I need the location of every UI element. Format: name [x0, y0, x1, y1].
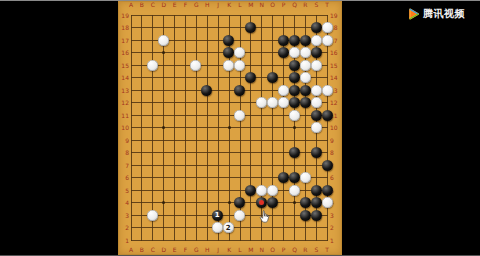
intersection-R9 — [300, 134, 311, 147]
video-frame[interactable]: AABBCCDDEEFFGGHHJJKKLLMMNNOOPPQQRRSSTT19… — [0, 0, 480, 256]
intersection-S8 — [311, 146, 322, 159]
intersection-O10 — [267, 121, 278, 134]
intersection-F15 — [179, 59, 190, 72]
intersection-T3 — [322, 209, 333, 222]
intersection-S18 — [311, 21, 322, 34]
intersection-E16 — [169, 46, 180, 59]
intersection-H12 — [201, 96, 212, 109]
white-stone-L3 — [234, 210, 245, 221]
intersection-J12 — [212, 96, 223, 109]
intersection-K10 — [223, 121, 234, 134]
coord-col-top-K: K — [224, 1, 234, 8]
intersection-B3 — [136, 209, 147, 222]
intersection-N17 — [256, 34, 267, 47]
intersection-P1 — [278, 234, 289, 247]
coord-col-bottom-M: M — [246, 246, 256, 253]
intersection-S13 — [311, 84, 322, 97]
intersection-R12 — [300, 96, 311, 109]
intersection-F14 — [179, 71, 190, 84]
intersection-S15 — [311, 59, 322, 72]
intersection-B4 — [136, 196, 147, 209]
intersection-A1 — [126, 234, 137, 247]
intersection-C10 — [147, 121, 158, 134]
intersection-S7 — [311, 159, 322, 172]
intersection-N5 — [256, 184, 267, 197]
intersection-K11 — [223, 109, 234, 122]
intersection-S6 — [311, 171, 322, 184]
black-stone-Q14 — [289, 72, 300, 83]
intersection-M13 — [245, 84, 256, 97]
intersection-A9 — [126, 134, 137, 147]
intersection-A5 — [126, 184, 137, 197]
intersection-F3 — [179, 209, 190, 222]
intersection-R11 — [300, 109, 311, 122]
intersection-Q19 — [289, 9, 300, 22]
intersection-L12 — [234, 96, 245, 109]
intersection-K3 — [223, 209, 234, 222]
intersection-Q18 — [289, 21, 300, 34]
intersection-M1 — [245, 234, 256, 247]
black-stone-R12 — [300, 97, 311, 108]
intersection-P12 — [278, 96, 289, 109]
intersection-C4 — [147, 196, 158, 209]
intersection-Q7 — [289, 159, 300, 172]
white-stone-K2: 2 — [223, 222, 234, 233]
intersection-R2 — [300, 221, 311, 234]
coord-col-bottom-T: T — [322, 246, 332, 253]
intersection-K17 — [223, 34, 234, 47]
intersection-O11 — [267, 109, 278, 122]
black-stone-K17 — [223, 35, 234, 46]
intersection-H19 — [201, 9, 212, 22]
intersection-B6 — [136, 171, 147, 184]
intersection-P10 — [278, 121, 289, 134]
intersection-Q9 — [289, 134, 300, 147]
intersection-G6 — [190, 171, 201, 184]
intersection-R6 — [300, 171, 311, 184]
white-stone-Q5 — [289, 185, 300, 196]
intersection-M14 — [245, 71, 256, 84]
coord-col-top-J: J — [213, 1, 223, 8]
intersection-P19 — [278, 9, 289, 22]
intersection-M15 — [245, 59, 256, 72]
coord-col-top-B: B — [137, 1, 147, 8]
black-stone-H13 — [201, 85, 212, 96]
intersection-Q15 — [289, 59, 300, 72]
intersection-S16 — [311, 46, 322, 59]
intersection-K9 — [223, 134, 234, 147]
white-stone-T13 — [322, 85, 333, 96]
intersection-T1 — [322, 234, 333, 247]
intersection-P8 — [278, 146, 289, 159]
white-stone-K15 — [223, 60, 234, 71]
black-stone-O4 — [267, 197, 278, 208]
black-stone-S11 — [311, 110, 322, 121]
white-stone-P13 — [278, 85, 289, 96]
intersection-O5 — [267, 184, 278, 197]
intersection-P5 — [278, 184, 289, 197]
coord-col-top-P: P — [279, 1, 289, 8]
intersection-F8 — [179, 146, 190, 159]
intersection-K14 — [223, 71, 234, 84]
intersection-K15 — [223, 59, 234, 72]
coord-col-top-R: R — [300, 1, 310, 8]
intersection-E4 — [169, 196, 180, 209]
intersection-R1 — [300, 234, 311, 247]
intersection-N12 — [256, 96, 267, 109]
intersection-D2 — [158, 221, 169, 234]
black-stone-Q8 — [289, 147, 300, 158]
intersection-Q12 — [289, 96, 300, 109]
intersection-K13 — [223, 84, 234, 97]
intersection-C3 — [147, 209, 158, 222]
coord-col-top-O: O — [268, 1, 278, 8]
intersection-T19 — [322, 9, 333, 22]
intersection-L16 — [234, 46, 245, 59]
coord-col-top-C: C — [148, 1, 158, 8]
intersection-R13 — [300, 84, 311, 97]
intersection-G11 — [190, 109, 201, 122]
intersection-R19 — [300, 9, 311, 22]
intersection-P11 — [278, 109, 289, 122]
black-stone-Q6 — [289, 172, 300, 183]
intersection-K16 — [223, 46, 234, 59]
intersection-R3 — [300, 209, 311, 222]
intersection-M4 — [245, 196, 256, 209]
intersection-G15 — [190, 59, 201, 72]
intersection-R5 — [300, 184, 311, 197]
intersection-Q17 — [289, 34, 300, 47]
white-stone-R16 — [300, 47, 311, 58]
intersection-T16 — [322, 46, 333, 59]
intersection-H4 — [201, 196, 212, 209]
intersection-T5 — [322, 184, 333, 197]
intersection-O17 — [267, 34, 278, 47]
coord-col-bottom-R: R — [300, 246, 310, 253]
intersection-C2 — [147, 221, 158, 234]
intersection-K18 — [223, 21, 234, 34]
intersection-A3 — [126, 209, 137, 222]
coord-col-top-F: F — [181, 1, 191, 8]
intersection-B12 — [136, 96, 147, 109]
intersection-T10 — [322, 121, 333, 134]
intersection-M9 — [245, 134, 256, 147]
intersection-F6 — [179, 171, 190, 184]
white-stone-T18 — [322, 22, 333, 33]
black-stone-S8 — [311, 147, 322, 158]
intersection-M18 — [245, 21, 256, 34]
intersection-T18 — [322, 21, 333, 34]
coord-col-bottom-Q: Q — [290, 246, 300, 253]
intersection-J11 — [212, 109, 223, 122]
white-stone-O5 — [267, 185, 278, 196]
intersection-J9 — [212, 134, 223, 147]
intersection-Q4 — [289, 196, 300, 209]
black-stone-M18 — [245, 22, 256, 33]
intersection-P7 — [278, 159, 289, 172]
coord-col-top-Q: Q — [290, 1, 300, 8]
intersection-E17 — [169, 34, 180, 47]
intersection-F18 — [179, 21, 190, 34]
intersection-Q6 — [289, 171, 300, 184]
intersection-H14 — [201, 71, 212, 84]
intersection-J19 — [212, 9, 223, 22]
intersection-G13 — [190, 84, 201, 97]
black-stone-S5 — [311, 185, 322, 196]
intersection-P14 — [278, 71, 289, 84]
intersection-O12 — [267, 96, 278, 109]
intersection-J5 — [212, 184, 223, 197]
intersection-E13 — [169, 84, 180, 97]
intersection-N9 — [256, 134, 267, 147]
intersection-G18 — [190, 21, 201, 34]
black-stone-N4 — [256, 197, 267, 208]
intersection-R4 — [300, 196, 311, 209]
intersection-B9 — [136, 134, 147, 147]
intersection-H3 — [201, 209, 212, 222]
intersection-N16 — [256, 46, 267, 59]
intersection-S12 — [311, 96, 322, 109]
intersection-C11 — [147, 109, 158, 122]
black-stone-Q13 — [289, 85, 300, 96]
board-intersections: 12 — [126, 9, 333, 247]
watermark-text: 腾讯视频 — [423, 7, 465, 21]
intersection-S11 — [311, 109, 322, 122]
intersection-J6 — [212, 171, 223, 184]
intersection-Q14 — [289, 71, 300, 84]
intersection-R10 — [300, 121, 311, 134]
intersection-N7 — [256, 159, 267, 172]
intersection-E6 — [169, 171, 180, 184]
intersection-P3 — [278, 209, 289, 222]
intersection-M10 — [245, 121, 256, 134]
intersection-E1 — [169, 234, 180, 247]
intersection-Q10 — [289, 121, 300, 134]
intersection-T4 — [322, 196, 333, 209]
intersection-D12 — [158, 96, 169, 109]
intersection-E12 — [169, 96, 180, 109]
intersection-A8 — [126, 146, 137, 159]
intersection-P16 — [278, 46, 289, 59]
intersection-Q11 — [289, 109, 300, 122]
intersection-L14 — [234, 71, 245, 84]
intersection-J4 — [212, 196, 223, 209]
intersection-B17 — [136, 34, 147, 47]
intersection-F17 — [179, 34, 190, 47]
move-number-label: 2 — [223, 222, 234, 233]
coord-col-bottom-G: G — [191, 246, 201, 253]
intersection-G7 — [190, 159, 201, 172]
intersection-G14 — [190, 71, 201, 84]
intersection-O7 — [267, 159, 278, 172]
intersection-L17 — [234, 34, 245, 47]
white-stone-C15 — [147, 60, 158, 71]
intersection-C9 — [147, 134, 158, 147]
intersection-J14 — [212, 71, 223, 84]
intersection-S14 — [311, 71, 322, 84]
intersection-A10 — [126, 121, 137, 134]
intersection-J18 — [212, 21, 223, 34]
intersection-B10 — [136, 121, 147, 134]
intersection-C16 — [147, 46, 158, 59]
intersection-A18 — [126, 21, 137, 34]
intersection-J3: 1 — [212, 209, 223, 222]
white-stone-T17 — [322, 35, 333, 46]
intersection-P17 — [278, 34, 289, 47]
intersection-N13 — [256, 84, 267, 97]
white-stone-G15 — [190, 60, 201, 71]
intersection-T14 — [322, 71, 333, 84]
coord-col-bottom-L: L — [235, 246, 245, 253]
intersection-G3 — [190, 209, 201, 222]
intersection-M16 — [245, 46, 256, 59]
intersection-S5 — [311, 184, 322, 197]
intersection-M6 — [245, 171, 256, 184]
intersection-S19 — [311, 9, 322, 22]
intersection-Q13 — [289, 84, 300, 97]
intersection-K2: 2 — [223, 221, 234, 234]
intersection-T7 — [322, 159, 333, 172]
intersection-F1 — [179, 234, 190, 247]
intersection-G4 — [190, 196, 201, 209]
black-stone-O14 — [267, 72, 278, 83]
intersection-E14 — [169, 71, 180, 84]
intersection-M17 — [245, 34, 256, 47]
intersection-R15 — [300, 59, 311, 72]
intersection-M19 — [245, 9, 256, 22]
black-stone-Q15 — [289, 60, 300, 71]
intersection-C6 — [147, 171, 158, 184]
black-stone-S4 — [311, 197, 322, 208]
intersection-E9 — [169, 134, 180, 147]
intersection-F4 — [179, 196, 190, 209]
intersection-E15 — [169, 59, 180, 72]
intersection-J10 — [212, 121, 223, 134]
intersection-N19 — [256, 9, 267, 22]
intersection-J16 — [212, 46, 223, 59]
intersection-A16 — [126, 46, 137, 59]
intersection-E3 — [169, 209, 180, 222]
intersection-C17 — [147, 34, 158, 47]
white-stone-C3 — [147, 210, 158, 221]
intersection-B19 — [136, 9, 147, 22]
intersection-F13 — [179, 84, 190, 97]
intersection-D6 — [158, 171, 169, 184]
black-stone-Q17 — [289, 35, 300, 46]
intersection-E19 — [169, 9, 180, 22]
intersection-A17 — [126, 34, 137, 47]
intersection-B7 — [136, 159, 147, 172]
intersection-N6 — [256, 171, 267, 184]
intersection-P6 — [278, 171, 289, 184]
intersection-F12 — [179, 96, 190, 109]
intersection-T13 — [322, 84, 333, 97]
intersection-A11 — [126, 109, 137, 122]
intersection-H7 — [201, 159, 212, 172]
intersection-A12 — [126, 96, 137, 109]
intersection-S2 — [311, 221, 322, 234]
intersection-C8 — [147, 146, 158, 159]
coord-col-top-E: E — [170, 1, 180, 8]
intersection-D9 — [158, 134, 169, 147]
intersection-K7 — [223, 159, 234, 172]
intersection-C12 — [147, 96, 158, 109]
intersection-F16 — [179, 46, 190, 59]
hand-cursor — [259, 210, 272, 226]
intersection-L5 — [234, 184, 245, 197]
white-stone-S13 — [311, 85, 322, 96]
intersection-O13 — [267, 84, 278, 97]
intersection-J8 — [212, 146, 223, 159]
intersection-A7 — [126, 159, 137, 172]
intersection-O18 — [267, 21, 278, 34]
white-stone-O12 — [267, 97, 278, 108]
intersection-R8 — [300, 146, 311, 159]
white-stone-Q16 — [289, 47, 300, 58]
black-stone-T5 — [322, 185, 333, 196]
intersection-G8 — [190, 146, 201, 159]
black-stone-L4 — [234, 197, 245, 208]
intersection-D17 — [158, 34, 169, 47]
intersection-K8 — [223, 146, 234, 159]
intersection-L8 — [234, 146, 245, 159]
intersection-T11 — [322, 109, 333, 122]
intersection-C7 — [147, 159, 158, 172]
intersection-J1 — [212, 234, 223, 247]
white-stone-R15 — [300, 60, 311, 71]
last-move-marker — [259, 200, 264, 205]
intersection-L6 — [234, 171, 245, 184]
coord-col-bottom-K: K — [224, 246, 234, 253]
intersection-T9 — [322, 134, 333, 147]
intersection-M8 — [245, 146, 256, 159]
intersection-T8 — [322, 146, 333, 159]
black-stone-R13 — [300, 85, 311, 96]
intersection-Q5 — [289, 184, 300, 197]
intersection-E18 — [169, 21, 180, 34]
black-stone-P17 — [278, 35, 289, 46]
intersection-O19 — [267, 9, 278, 22]
black-stone-S16 — [311, 47, 322, 58]
intersection-L1 — [234, 234, 245, 247]
intersection-A14 — [126, 71, 137, 84]
intersection-O4 — [267, 196, 278, 209]
black-stone-S18 — [311, 22, 322, 33]
coord-col-bottom-O: O — [268, 246, 278, 253]
intersection-J17 — [212, 34, 223, 47]
white-stone-R6 — [300, 172, 311, 183]
intersection-L18 — [234, 21, 245, 34]
white-stone-T4 — [322, 197, 333, 208]
intersection-F19 — [179, 9, 190, 22]
black-stone-R4 — [300, 197, 311, 208]
intersection-H5 — [201, 184, 212, 197]
intersection-N8 — [256, 146, 267, 159]
white-stone-D17 — [158, 35, 169, 46]
intersection-F7 — [179, 159, 190, 172]
coord-col-top-D: D — [159, 1, 169, 8]
coord-col-bottom-E: E — [170, 246, 180, 253]
intersection-D15 — [158, 59, 169, 72]
intersection-D11 — [158, 109, 169, 122]
white-stone-S15 — [311, 60, 322, 71]
intersection-G2 — [190, 221, 201, 234]
intersection-H16 — [201, 46, 212, 59]
intersection-D5 — [158, 184, 169, 197]
intersection-K6 — [223, 171, 234, 184]
intersection-K4 — [223, 196, 234, 209]
intersection-J15 — [212, 59, 223, 72]
